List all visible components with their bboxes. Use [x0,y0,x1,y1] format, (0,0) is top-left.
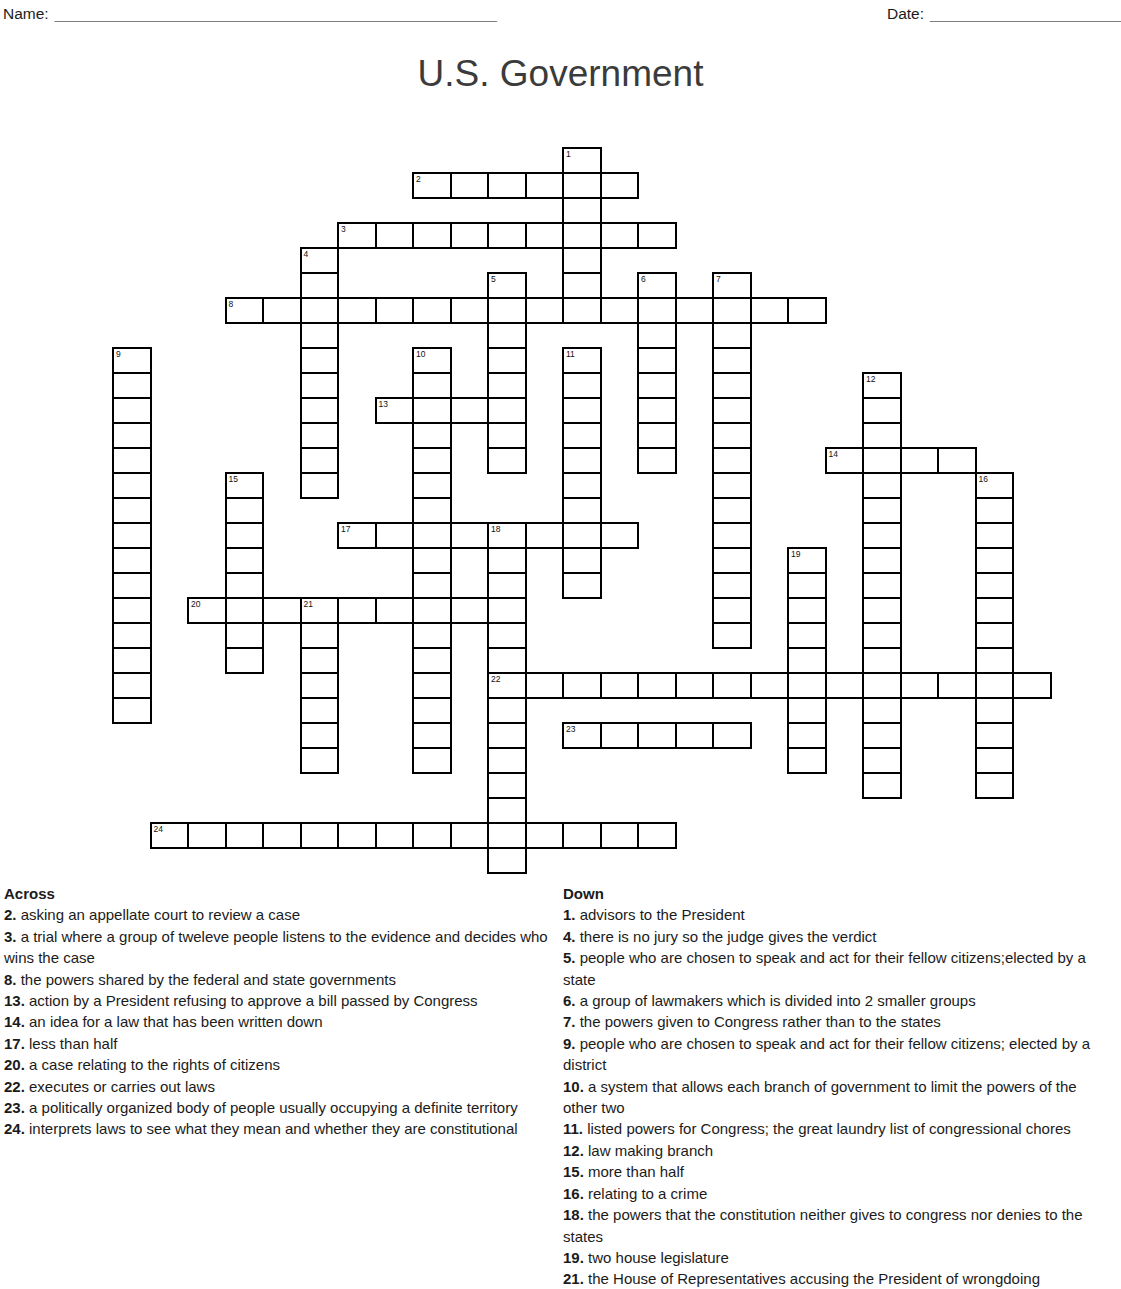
across-clue-17: 17. less than half [4,1033,561,1054]
grid-cell-r10c0 [112,397,152,424]
grid-cell-r13c23: 16 [975,472,1015,499]
clue-number-label: 12. [563,1142,584,1159]
grid-cell-r19c23 [975,622,1015,649]
grid-cell-r24c8 [412,747,452,774]
grid-cell-r15c7 [375,522,415,549]
grid-cell-r25c23 [975,772,1015,799]
grid-cell-r21c20 [862,672,902,699]
grid-cell-r15c11 [525,522,565,549]
grid-cell-r18c9 [450,597,490,624]
cell-number-23: 23 [566,725,575,734]
grid-cell-r24c18 [787,747,827,774]
grid-cell-r6c14 [637,297,677,324]
grid-cell-r20c23 [975,647,1015,674]
grid-cell-r14c12 [562,497,602,524]
grid-cell-r1c12 [562,172,602,199]
grid-cell-r15c10: 18 [487,522,527,549]
grid-cell-r3c7 [375,222,415,249]
grid-cell-r13c3: 15 [225,472,265,499]
grid-cell-r27c7 [375,822,415,849]
grid-cell-r21c0 [112,672,152,699]
grid-cell-r23c5 [300,722,340,749]
grid-cell-r21c10: 22 [487,672,527,699]
grid-cell-r27c3 [225,822,265,849]
grid-cell-r27c5 [300,822,340,849]
grid-cell-r10c12 [562,397,602,424]
grid-cell-r6c3: 8 [225,297,265,324]
grid-cell-r23c14 [637,722,677,749]
grid-cell-r16c20 [862,547,902,574]
grid-cell-r8c16 [712,347,752,374]
grid-cell-r12c21 [900,447,940,474]
grid-cell-r7c5 [300,322,340,349]
across-clue-13: 13. action by a President refusing to ap… [4,990,561,1011]
grid-cell-r21c23 [975,672,1015,699]
grid-cell-r14c20 [862,497,902,524]
cell-number-1: 1 [566,150,571,159]
grid-cell-r20c20 [862,647,902,674]
grid-cell-r14c16 [712,497,752,524]
cell-number-18: 18 [491,525,500,534]
grid-cell-r21c14 [637,672,677,699]
grid-cell-r6c12 [562,297,602,324]
cell-number-20: 20 [191,600,200,609]
across-clue-14: 14. an idea for a law that has been writ… [4,1011,561,1032]
grid-cell-r27c2 [187,822,227,849]
clue-number-label: 24. [4,1120,25,1137]
cell-number-15: 15 [229,475,238,484]
grid-cell-r6c11 [525,297,565,324]
grid-cell-r17c20 [862,572,902,599]
grid-cell-r17c0 [112,572,152,599]
name-blank-line: ________________________________________… [55,5,497,22]
cell-number-24: 24 [154,825,163,834]
grid-cell-r15c3 [225,522,265,549]
grid-cell-r15c9 [450,522,490,549]
grid-cell-r22c0 [112,697,152,724]
clue-number-label: 14. [4,1013,25,1030]
grid-cell-r21c11 [525,672,565,699]
grid-cell-r21c15 [675,672,715,699]
grid-cell-r17c12 [562,572,602,599]
across-clue-3-cont: wins the case [4,947,561,968]
grid-cell-r10c16 [712,397,752,424]
clue-number-label: 5. [563,949,576,966]
grid-cell-r20c8 [412,647,452,674]
grid-cell-r27c11 [525,822,565,849]
grid-cell-r23c18 [787,722,827,749]
grid-cell-r26c10 [487,797,527,824]
clue-number-label: 6. [563,992,576,1009]
grid-cell-r21c12 [562,672,602,699]
grid-cell-r27c6 [337,822,377,849]
name-label: Name: [3,5,49,22]
grid-cell-r22c23 [975,697,1015,724]
grid-cell-r21c18 [787,672,827,699]
clue-number-label: 16. [563,1185,584,1202]
clue-number-label: 15. [563,1163,584,1180]
down-clue-4: 4. there is no jury so the judge gives t… [563,926,1119,947]
across-clue-8: 8. the powers shared by the federal and … [4,969,561,990]
grid-cell-r17c16 [712,572,752,599]
grid-cell-r20c5 [300,647,340,674]
grid-cell-r18c5: 21 [300,597,340,624]
cell-number-6: 6 [641,275,646,284]
grid-cell-r22c8 [412,697,452,724]
grid-cell-r3c13 [600,222,640,249]
grid-cell-r21c16 [712,672,752,699]
grid-cell-r11c12 [562,422,602,449]
grid-cell-r14c3 [225,497,265,524]
grid-cell-r4c12 [562,247,602,274]
grid-cell-r11c20 [862,422,902,449]
grid-cell-r16c23 [975,547,1015,574]
grid-cell-r6c6 [337,297,377,324]
down-clue-18: 18. the powers that the constitution nei… [563,1204,1119,1225]
grid-cell-r24c23 [975,747,1015,774]
grid-cell-r5c10: 5 [487,272,527,299]
cell-number-3: 3 [341,225,346,234]
grid-cell-r21c21 [900,672,940,699]
grid-cell-r18c16 [712,597,752,624]
grid-cell-r5c5 [300,272,340,299]
grid-cell-r9c5 [300,372,340,399]
grid-cell-r8c10 [487,347,527,374]
down-clue-15: 15. more than half [563,1161,1119,1182]
grid-cell-r23c8 [412,722,452,749]
across-clue-2: 2. asking an appellate court to review a… [4,904,561,925]
grid-cell-r12c16 [712,447,752,474]
down-clue-11: 11. listed powers for Congress; the grea… [563,1118,1119,1139]
down-clue-21: 21. the House of Representatives accusin… [563,1268,1119,1289]
grid-cell-r1c8: 2 [412,172,452,199]
down-heading: Down [563,883,1119,904]
grid-cell-r21c5 [300,672,340,699]
down-clue-12: 12. law making branch [563,1140,1119,1161]
grid-cell-r21c17 [750,672,790,699]
across-clue-23: 23. a politically organized body of peop… [4,1097,561,1118]
grid-cell-r23c10 [487,722,527,749]
grid-cell-r9c14 [637,372,677,399]
name-field: Name:___________________________________… [3,5,497,23]
grid-cell-r16c0 [112,547,152,574]
clue-number-label: 18. [563,1206,584,1223]
grid-cell-r10c20 [862,397,902,424]
grid-cell-r27c10 [487,822,527,849]
clue-number-label: 11. [563,1120,583,1137]
grid-cell-r1c10 [487,172,527,199]
grid-cell-r17c8 [412,572,452,599]
grid-cell-r9c8 [412,372,452,399]
across-clue-22: 22. executes or carries out laws [4,1076,561,1097]
grid-cell-r6c13 [600,297,640,324]
grid-cell-r3c11 [525,222,565,249]
grid-cell-r23c12: 23 [562,722,602,749]
grid-cell-r5c14: 6 [637,272,677,299]
grid-cell-r5c16: 7 [712,272,752,299]
grid-cell-r11c5 [300,422,340,449]
grid-cell-r15c12 [562,522,602,549]
grid-cell-r23c13 [600,722,640,749]
cell-number-2: 2 [416,175,421,184]
grid-cell-r20c3 [225,647,265,674]
across-clue-24: 24. interprets laws to see what they mea… [4,1118,561,1139]
grid-cell-r1c9 [450,172,490,199]
grid-cell-r16c10 [487,547,527,574]
grid-cell-r12c10 [487,447,527,474]
grid-cell-r14c8 [412,497,452,524]
grid-cell-r24c10 [487,747,527,774]
cell-number-10: 10 [416,350,425,359]
grid-cell-r15c8 [412,522,452,549]
clue-number-label: 3. [4,928,17,945]
grid-cell-r3c10 [487,222,527,249]
clue-number-label: 4. [563,928,576,945]
grid-cell-r24c20 [862,747,902,774]
grid-cell-r19c3 [225,622,265,649]
grid-cell-r3c8 [412,222,452,249]
across-clue-3: 3. a trial where a group of tweleve peop… [4,926,561,947]
grid-cell-r18c7 [375,597,415,624]
across-clue-20: 20. a case relating to the rights of cit… [4,1054,561,1075]
grid-cell-r23c23 [975,722,1015,749]
clue-number-label: 9. [563,1035,576,1052]
down-clue-10: 10. a system that allows each branch of … [563,1076,1119,1097]
grid-cell-r6c17 [750,297,790,324]
cell-number-5: 5 [491,275,496,284]
cell-number-8: 8 [229,300,234,309]
cell-number-13: 13 [379,400,388,409]
grid-cell-r19c8 [412,622,452,649]
grid-cell-r11c16 [712,422,752,449]
grid-cell-r18c10 [487,597,527,624]
grid-cell-r16c18: 19 [787,547,827,574]
grid-cell-r15c23 [975,522,1015,549]
grid-cell-r15c13 [600,522,640,549]
grid-cell-r22c10 [487,697,527,724]
down-clue-16: 16. relating to a crime [563,1183,1119,1204]
grid-cell-r2c12 [562,197,602,224]
grid-cell-r6c15 [675,297,715,324]
grid-cell-r21c22 [937,672,977,699]
down-clue-7: 7. the powers given to Congress rather t… [563,1011,1119,1032]
grid-cell-r6c5 [300,297,340,324]
grid-cell-r10c5 [300,397,340,424]
grid-cell-r4c5: 4 [300,247,340,274]
grid-cell-r10c8 [412,397,452,424]
cell-number-7: 7 [716,275,721,284]
cell-number-9: 9 [116,350,121,359]
grid-cell-r9c12 [562,372,602,399]
grid-cell-r1c13 [600,172,640,199]
grid-cell-r12c12 [562,447,602,474]
grid-cell-r8c5 [300,347,340,374]
grid-cell-r13c12 [562,472,602,499]
cell-number-21: 21 [304,600,313,609]
across-heading: Across [4,883,561,904]
grid-cell-r23c15 [675,722,715,749]
clue-number-label: 23. [4,1099,25,1116]
grid-cell-r1c11 [525,172,565,199]
grid-cell-r13c16 [712,472,752,499]
grid-cell-r19c16 [712,622,752,649]
grid-cell-r27c9 [450,822,490,849]
cell-number-11: 11 [566,350,575,359]
grid-cell-r19c20 [862,622,902,649]
grid-cell-r21c24 [1012,672,1052,699]
grid-cell-r22c20 [862,697,902,724]
cell-number-12: 12 [866,375,875,384]
grid-cell-r11c10 [487,422,527,449]
grid-cell-r27c14 [637,822,677,849]
grid-cell-r17c18 [787,572,827,599]
grid-cell-r17c23 [975,572,1015,599]
cell-number-19: 19 [791,550,800,559]
grid-cell-r28c10 [487,847,527,874]
grid-cell-r3c12 [562,222,602,249]
grid-cell-r18c23 [975,597,1015,624]
grid-cell-r27c12 [562,822,602,849]
grid-cell-r23c16 [712,722,752,749]
grid-cell-r27c1: 24 [150,822,190,849]
grid-cell-r19c0 [112,622,152,649]
grid-cell-r11c8 [412,422,452,449]
grid-cell-r5c12 [562,272,602,299]
grid-cell-r27c4 [262,822,302,849]
cell-number-14: 14 [829,450,838,459]
grid-cell-r11c14 [637,422,677,449]
grid-cell-r18c0 [112,597,152,624]
clue-number-label: 22. [4,1078,25,1095]
grid-cell-r12c22 [937,447,977,474]
clue-number-label: 20. [4,1056,25,1073]
grid-cell-r13c20 [862,472,902,499]
grid-cell-r18c3 [225,597,265,624]
grid-cell-r21c8 [412,672,452,699]
grid-cell-r20c0 [112,647,152,674]
clue-number-label: 10. [563,1078,584,1095]
grid-cell-r6c10 [487,297,527,324]
grid-cell-r13c0 [112,472,152,499]
grid-cell-r17c3 [225,572,265,599]
grid-cell-r18c18 [787,597,827,624]
grid-cell-r9c20: 12 [862,372,902,399]
clue-number-label: 21. [563,1270,584,1287]
grid-cell-r13c5 [300,472,340,499]
grid-cell-r19c10 [487,622,527,649]
cell-number-4: 4 [304,250,309,259]
grid-cell-r23c20 [862,722,902,749]
grid-cell-r22c18 [787,697,827,724]
grid-cell-r9c10 [487,372,527,399]
grid-cell-r3c14 [637,222,677,249]
down-clue-9-cont: district [563,1054,1119,1075]
down-clue-19: 19. two house legislature [563,1247,1119,1268]
grid-cell-r9c16 [712,372,752,399]
grid-cell-r12c20 [862,447,902,474]
clue-number-label: 1. [563,906,576,923]
grid-cell-r21c19 [825,672,865,699]
across-clue-list: Across2. asking an appellate court to re… [4,883,561,1140]
grid-cell-r18c2: 20 [187,597,227,624]
grid-cell-r12c5 [300,447,340,474]
down-clue-10-cont: other two [563,1097,1119,1118]
crossword-grid: 123456789101112131415161718192021222324 [113,148,1051,873]
grid-cell-r7c14 [637,322,677,349]
grid-cell-r6c4 [262,297,302,324]
down-clue-5: 5. people who are chosen to speak and ac… [563,947,1119,968]
grid-cell-r12c14 [637,447,677,474]
grid-cell-r9c0 [112,372,152,399]
grid-cell-r8c12: 11 [562,347,602,374]
date-field: Date:_______________________ [887,5,1121,23]
grid-cell-r18c20 [862,597,902,624]
grid-cell-r22c5 [300,697,340,724]
grid-cell-r18c8 [412,597,452,624]
grid-cell-r16c8 [412,547,452,574]
grid-cell-r6c7 [375,297,415,324]
page-title: U.S. Government [0,54,1121,95]
grid-cell-r18c6 [337,597,377,624]
clue-number-label: 13. [4,992,25,1009]
down-clue-18-cont: states [563,1226,1119,1247]
grid-cell-r19c5 [300,622,340,649]
grid-cell-r6c8 [412,297,452,324]
cell-number-22: 22 [491,675,500,684]
down-clue-1: 1. advisors to the President [563,904,1119,925]
grid-cell-r0c12: 1 [562,147,602,174]
grid-cell-r25c10 [487,772,527,799]
grid-cell-r19c18 [787,622,827,649]
grid-cell-r10c9 [450,397,490,424]
grid-cell-r17c10 [487,572,527,599]
down-clue-6: 6. a group of lawmakers which is divided… [563,990,1119,1011]
grid-cell-r15c16 [712,522,752,549]
grid-cell-r20c18 [787,647,827,674]
grid-cell-r16c16 [712,547,752,574]
grid-cell-r25c20 [862,772,902,799]
grid-cell-r14c0 [112,497,152,524]
grid-cell-r18c4 [262,597,302,624]
date-blank-line: _______________________ [930,5,1121,22]
down-clue-9: 9. people who are chosen to speak and ac… [563,1033,1119,1054]
clue-number-label: 2. [4,906,17,923]
cell-number-16: 16 [979,475,988,484]
grid-cell-r10c14 [637,397,677,424]
grid-cell-r11c0 [112,422,152,449]
grid-cell-r16c12 [562,547,602,574]
grid-cell-r8c8: 10 [412,347,452,374]
grid-cell-r13c8 [412,472,452,499]
down-clue-5-cont: state [563,969,1119,990]
clue-number-label: 17. [4,1035,25,1052]
grid-cell-r14c23 [975,497,1015,524]
grid-cell-r15c20 [862,522,902,549]
clue-number-label: 7. [563,1013,576,1030]
grid-cell-r16c3 [225,547,265,574]
grid-cell-r24c5 [300,747,340,774]
grid-cell-r12c8 [412,447,452,474]
grid-cell-r6c9 [450,297,490,324]
cell-number-17: 17 [341,525,350,534]
clue-number-label: 19. [563,1249,584,1266]
grid-cell-r20c10 [487,647,527,674]
grid-cell-r15c0 [112,522,152,549]
down-clue-list: Down1. advisors to the President4. there… [563,883,1119,1289]
grid-cell-r21c13 [600,672,640,699]
grid-cell-r7c10 [487,322,527,349]
grid-cell-r8c14 [637,347,677,374]
